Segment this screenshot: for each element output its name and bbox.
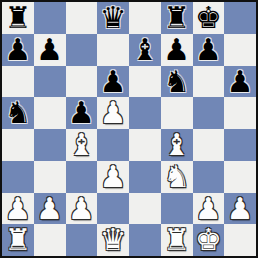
square-h1[interactable] [224, 224, 256, 256]
square-f4[interactable]: ♝ [161, 129, 193, 161]
square-g5[interactable] [193, 97, 225, 129]
white-bishop-icon[interactable]: ♝ [68, 129, 95, 161]
square-a7[interactable]: ♟ [2, 34, 34, 66]
square-h7[interactable] [224, 34, 256, 66]
black-rook-icon[interactable]: ♜ [4, 2, 31, 34]
square-g2[interactable]: ♟ [193, 193, 225, 225]
square-d7[interactable] [97, 34, 129, 66]
square-c3[interactable] [66, 161, 98, 193]
white-bishop-icon[interactable]: ♝ [163, 129, 190, 161]
square-g4[interactable] [193, 129, 225, 161]
square-h3[interactable] [224, 161, 256, 193]
square-d3[interactable]: ♟ [97, 161, 129, 193]
white-pawn-icon[interactable]: ♟ [4, 193, 31, 225]
square-e4[interactable] [129, 129, 161, 161]
square-d4[interactable] [97, 129, 129, 161]
white-pawn-icon[interactable]: ♟ [68, 193, 95, 225]
white-pawn-icon[interactable]: ♟ [100, 97, 127, 129]
square-g6[interactable] [193, 66, 225, 98]
square-c2[interactable]: ♟ [66, 193, 98, 225]
square-c6[interactable] [66, 66, 98, 98]
square-g8[interactable]: ♚ [193, 2, 225, 34]
square-a1[interactable]: ♜ [2, 224, 34, 256]
square-a4[interactable] [2, 129, 34, 161]
white-king-icon[interactable]: ♚ [195, 224, 222, 256]
square-g7[interactable]: ♟ [193, 34, 225, 66]
chess-board: ♜♛♜♚♟♟♝♟♟♟♞♟♞♟♟♝♝♟♞♟♟♟♟♟♜♛♜♚ [2, 2, 256, 256]
square-d1[interactable]: ♛ [97, 224, 129, 256]
black-bishop-icon[interactable]: ♝ [131, 34, 158, 66]
square-b5[interactable] [34, 97, 66, 129]
white-queen-icon[interactable]: ♛ [100, 224, 127, 256]
black-knight-icon[interactable]: ♞ [4, 97, 31, 129]
black-pawn-icon[interactable]: ♟ [36, 34, 63, 66]
square-a5[interactable]: ♞ [2, 97, 34, 129]
square-h5[interactable] [224, 97, 256, 129]
square-a8[interactable]: ♜ [2, 2, 34, 34]
black-queen-icon[interactable]: ♛ [100, 2, 127, 34]
square-f8[interactable]: ♜ [161, 2, 193, 34]
square-d8[interactable]: ♛ [97, 2, 129, 34]
square-d2[interactable] [97, 193, 129, 225]
white-rook-icon[interactable]: ♜ [4, 224, 31, 256]
square-c7[interactable] [66, 34, 98, 66]
square-e3[interactable] [129, 161, 161, 193]
square-e7[interactable]: ♝ [129, 34, 161, 66]
white-knight-icon[interactable]: ♞ [163, 161, 190, 193]
white-rook-icon[interactable]: ♜ [163, 224, 190, 256]
white-pawn-icon[interactable]: ♟ [36, 193, 63, 225]
square-f2[interactable] [161, 193, 193, 225]
square-h8[interactable] [224, 2, 256, 34]
square-b4[interactable] [34, 129, 66, 161]
square-b3[interactable] [34, 161, 66, 193]
square-c1[interactable] [66, 224, 98, 256]
square-h4[interactable] [224, 129, 256, 161]
square-a2[interactable]: ♟ [2, 193, 34, 225]
white-pawn-icon[interactable]: ♟ [227, 193, 254, 225]
square-b8[interactable] [34, 2, 66, 34]
square-h2[interactable]: ♟ [224, 193, 256, 225]
square-b7[interactable]: ♟ [34, 34, 66, 66]
square-g3[interactable] [193, 161, 225, 193]
square-c8[interactable] [66, 2, 98, 34]
white-pawn-icon[interactable]: ♟ [100, 161, 127, 193]
black-pawn-icon[interactable]: ♟ [163, 34, 190, 66]
square-a3[interactable] [2, 161, 34, 193]
square-g1[interactable]: ♚ [193, 224, 225, 256]
square-f6[interactable]: ♞ [161, 66, 193, 98]
black-pawn-icon[interactable]: ♟ [68, 97, 95, 129]
square-a6[interactable] [2, 66, 34, 98]
square-d6[interactable]: ♟ [97, 66, 129, 98]
black-pawn-icon[interactable]: ♟ [4, 34, 31, 66]
square-c4[interactable]: ♝ [66, 129, 98, 161]
square-e1[interactable] [129, 224, 161, 256]
square-f7[interactable]: ♟ [161, 34, 193, 66]
square-h6[interactable]: ♟ [224, 66, 256, 98]
square-d5[interactable]: ♟ [97, 97, 129, 129]
square-b1[interactable] [34, 224, 66, 256]
black-knight-icon[interactable]: ♞ [163, 66, 190, 98]
square-e2[interactable] [129, 193, 161, 225]
square-e5[interactable] [129, 97, 161, 129]
square-b2[interactable]: ♟ [34, 193, 66, 225]
square-c5[interactable]: ♟ [66, 97, 98, 129]
black-rook-icon[interactable]: ♜ [163, 2, 190, 34]
chess-board-frame: ♜♛♜♚♟♟♝♟♟♟♞♟♞♟♟♝♝♟♞♟♟♟♟♟♜♛♜♚ [0, 0, 258, 258]
square-e8[interactable] [129, 2, 161, 34]
square-f5[interactable] [161, 97, 193, 129]
black-king-icon[interactable]: ♚ [195, 2, 222, 34]
white-pawn-icon[interactable]: ♟ [195, 193, 222, 225]
black-pawn-icon[interactable]: ♟ [227, 66, 254, 98]
square-f3[interactable]: ♞ [161, 161, 193, 193]
square-e6[interactable] [129, 66, 161, 98]
square-b6[interactable] [34, 66, 66, 98]
square-f1[interactable]: ♜ [161, 224, 193, 256]
black-pawn-icon[interactable]: ♟ [100, 66, 127, 98]
black-pawn-icon[interactable]: ♟ [195, 34, 222, 66]
